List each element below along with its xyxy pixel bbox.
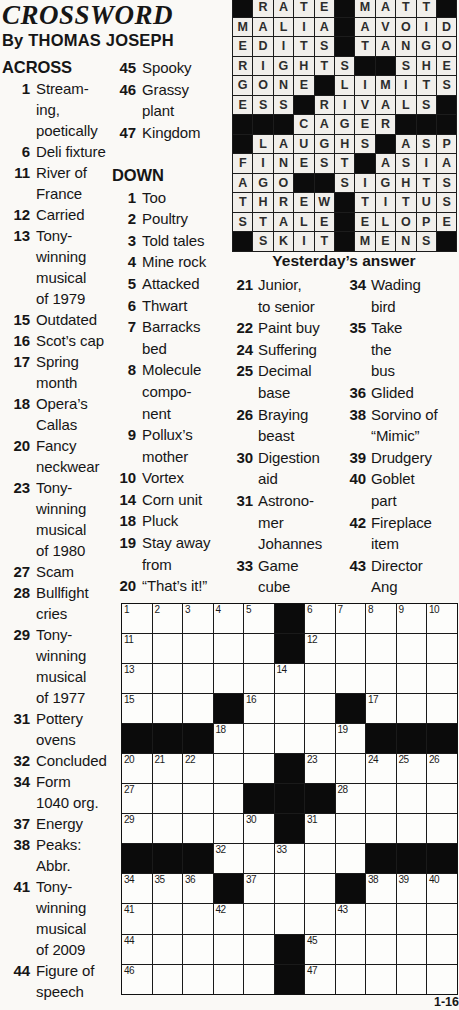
grid-cell-black bbox=[427, 724, 457, 753]
answer-cell: R bbox=[253, 0, 272, 17]
cell-number: 29 bbox=[124, 814, 134, 825]
answer-cell: S bbox=[396, 57, 415, 76]
page-title: CROSSWORD bbox=[2, 0, 173, 31]
across-header: ACROSS bbox=[2, 57, 114, 78]
clue-text: Tony-winningmusicalof 1979 bbox=[36, 225, 114, 309]
answer-cell: T bbox=[396, 193, 415, 212]
grid-cell[interactable] bbox=[244, 935, 274, 964]
clue-across-31: 31Potteryovens bbox=[2, 708, 114, 750]
grid-cell[interactable] bbox=[214, 664, 244, 693]
answer-cell: N bbox=[274, 76, 293, 95]
grid-cell[interactable] bbox=[244, 844, 274, 873]
cell-number: 21 bbox=[155, 754, 165, 765]
grid-cell[interactable]: 20 bbox=[122, 754, 152, 783]
clue-down-19: 19Stay awayfrom bbox=[112, 532, 230, 575]
answer-cell: N bbox=[396, 37, 415, 56]
answer-cell: D bbox=[253, 37, 272, 56]
clue-number: 20 bbox=[2, 435, 30, 477]
grid-cell[interactable] bbox=[244, 634, 274, 663]
answer-cell: A bbox=[274, 135, 293, 154]
answer-cell: E bbox=[294, 76, 313, 95]
grid-cell[interactable]: 32 bbox=[214, 844, 244, 873]
grid-cell[interactable] bbox=[305, 844, 335, 873]
grid-cell[interactable]: 19 bbox=[336, 724, 366, 753]
clue-across-27: 27Scam bbox=[2, 561, 114, 582]
answer-cell-black bbox=[315, 174, 334, 193]
grid-cell[interactable]: 29 bbox=[122, 814, 152, 843]
grid-cell[interactable] bbox=[336, 754, 366, 783]
cell-number: 10 bbox=[429, 604, 439, 615]
grid-cell[interactable] bbox=[366, 814, 396, 843]
answer-cell: H bbox=[253, 193, 272, 212]
grid-cell[interactable] bbox=[153, 935, 183, 964]
grid-cell[interactable] bbox=[427, 634, 457, 663]
clue-text: Paint buy bbox=[258, 317, 343, 339]
grid-cell[interactable] bbox=[153, 634, 183, 663]
answer-cell: I bbox=[376, 193, 395, 212]
clue-across-13: 13Tony-winningmusicalof 1979 bbox=[2, 225, 114, 309]
clue-column-4: 34Wadingbird35Takethebus36Glided38Sorvin… bbox=[344, 274, 458, 598]
answer-cell: O bbox=[396, 18, 415, 37]
grid-cell[interactable] bbox=[244, 904, 274, 933]
grid-cell[interactable] bbox=[183, 784, 213, 813]
answer-cell-black bbox=[335, 37, 354, 56]
cell-number: 47 bbox=[307, 965, 317, 976]
grid-cell[interactable] bbox=[305, 694, 335, 723]
grid-cell[interactable]: 27 bbox=[122, 784, 152, 813]
answer-cell: A bbox=[315, 18, 334, 37]
clue-text: Corn unit bbox=[142, 489, 230, 511]
answer-cell: V bbox=[376, 18, 395, 37]
puzzle-grid: 1234567891011121314151617181920212223242… bbox=[121, 603, 458, 995]
clue-text: Energy bbox=[36, 813, 114, 834]
clue-down-21: 21Junior,to senior bbox=[231, 274, 343, 317]
cell-number: 18 bbox=[216, 724, 226, 735]
answer-cell: E bbox=[294, 154, 313, 173]
grid-cell[interactable] bbox=[397, 814, 427, 843]
grid-cell[interactable]: 4 bbox=[214, 604, 244, 633]
clue-across-37: 37Energy bbox=[2, 813, 114, 834]
answer-cell: L bbox=[396, 96, 415, 115]
grid-cell[interactable]: 6 bbox=[305, 604, 335, 633]
grid-cell[interactable]: 15 bbox=[122, 694, 152, 723]
clue-text: Attacked bbox=[142, 273, 230, 295]
answer-cell: A bbox=[376, 154, 395, 173]
answer-cell: T bbox=[253, 213, 272, 232]
grid-cell[interactable] bbox=[366, 784, 396, 813]
grid-cell[interactable]: 34 bbox=[122, 874, 152, 903]
grid-cell[interactable] bbox=[397, 935, 427, 964]
answer-cell: G bbox=[417, 37, 436, 56]
grid-cell[interactable] bbox=[366, 935, 396, 964]
grid-cell[interactable] bbox=[244, 965, 274, 994]
grid-cell[interactable] bbox=[214, 754, 244, 783]
clue-number: 20 bbox=[112, 575, 136, 597]
clue-text: Brayingbeast bbox=[258, 404, 343, 447]
grid-cell[interactable]: 9 bbox=[397, 604, 427, 633]
answer-cell: S bbox=[417, 135, 436, 154]
grid-cell[interactable] bbox=[214, 814, 244, 843]
grid-cell[interactable]: 11 bbox=[122, 634, 152, 663]
answer-cell: H bbox=[396, 174, 415, 193]
grid-cell[interactable]: 25 bbox=[397, 754, 427, 783]
yesterday-caption: Yesterday’s answer bbox=[230, 252, 458, 270]
clue-text: Peaks:Abbr. bbox=[36, 834, 114, 876]
clue-down-18: 18Pluck bbox=[112, 510, 230, 532]
clue-across-29: 29Tony-winningmusicalof 1977 bbox=[2, 624, 114, 708]
clue-across-38: 38Peaks:Abbr. bbox=[2, 834, 114, 876]
answer-cell: E bbox=[233, 96, 252, 115]
answer-cell: L bbox=[253, 135, 272, 154]
grid-cell[interactable] bbox=[336, 935, 366, 964]
grid-cell[interactable] bbox=[427, 904, 457, 933]
grid-cell[interactable] bbox=[214, 935, 244, 964]
cell-number: 24 bbox=[368, 754, 378, 765]
grid-cell[interactable]: 18 bbox=[214, 724, 244, 753]
answer-cell: A bbox=[376, 37, 395, 56]
clue-text: Vortex bbox=[142, 467, 230, 489]
answer-cell: I bbox=[396, 76, 415, 95]
clue-text: Scam bbox=[36, 561, 114, 582]
answer-cell: E bbox=[355, 213, 374, 232]
answer-cell: H bbox=[417, 57, 436, 76]
grid-cell[interactable]: 21 bbox=[153, 754, 183, 783]
yesterday-answer-section: RATEMATTMALIAAVOIDEDITSTANGORIGHTSSHEGON… bbox=[232, 0, 459, 252]
grid-cell[interactable] bbox=[244, 724, 274, 753]
answer-cell-black bbox=[274, 115, 293, 134]
clue-number: 2 bbox=[112, 208, 136, 230]
grid-cell[interactable]: 41 bbox=[122, 904, 152, 933]
clue-number: 7 bbox=[112, 316, 136, 359]
clue-down-8: 8Moleculecompo-nent bbox=[112, 359, 230, 424]
grid-cell[interactable]: 5 bbox=[244, 604, 274, 633]
grid-cell[interactable] bbox=[397, 965, 427, 994]
answer-cell: S bbox=[417, 232, 436, 251]
cell-number: 30 bbox=[246, 814, 256, 825]
clue-text: Glided bbox=[371, 382, 458, 404]
clue-down-40: 40Gobletpart bbox=[344, 468, 458, 511]
grid-cell[interactable] bbox=[244, 664, 274, 693]
clue-number: 15 bbox=[2, 309, 30, 330]
clue-across-41: 41Tony-winningmusicalof 2009 bbox=[2, 876, 114, 960]
grid-cell[interactable] bbox=[397, 664, 427, 693]
grid-cell-black bbox=[305, 784, 335, 813]
clue-number: 12 bbox=[2, 204, 30, 225]
grid-cell-black bbox=[183, 724, 213, 753]
answer-cell: E bbox=[315, 213, 334, 232]
grid-cell[interactable]: 23 bbox=[305, 754, 335, 783]
grid-cell[interactable] bbox=[275, 904, 305, 933]
grid-cell[interactable] bbox=[305, 904, 335, 933]
answer-cell-black bbox=[355, 154, 374, 173]
cell-number: 35 bbox=[155, 874, 165, 885]
grid-cell[interactable]: 3 bbox=[183, 604, 213, 633]
clue-text: Poultry bbox=[142, 208, 230, 230]
answer-cell: G bbox=[315, 135, 334, 154]
clue-down-2: 2Poultry bbox=[112, 208, 230, 230]
clue-text: Deli fixture bbox=[36, 141, 114, 162]
cell-number: 27 bbox=[124, 784, 134, 795]
grid-cell[interactable] bbox=[336, 814, 366, 843]
answer-cell-black bbox=[437, 115, 456, 134]
clue-text: Thwart bbox=[142, 295, 230, 317]
cell-number: 36 bbox=[185, 874, 195, 885]
grid-cell[interactable] bbox=[305, 874, 335, 903]
answer-cell-black bbox=[233, 135, 252, 154]
answer-cell-black bbox=[335, 213, 354, 232]
answer-cell: T bbox=[294, 0, 313, 17]
clue-number: 31 bbox=[231, 490, 253, 555]
cell-number: 31 bbox=[307, 814, 317, 825]
clue-down-31: 31Astrono-merJohannes bbox=[231, 490, 343, 555]
answer-cell: O bbox=[437, 37, 456, 56]
grid-cell-black bbox=[366, 844, 396, 873]
grid-cell[interactable] bbox=[275, 874, 305, 903]
cell-number: 8 bbox=[368, 604, 373, 615]
clue-across-23: 23Tony-winningmusicalof 1980 bbox=[2, 477, 114, 561]
clue-text: Tony-winningmusicalof 2009 bbox=[36, 876, 114, 960]
clue-text: Pollux’smother bbox=[142, 424, 230, 467]
clue-column-2: 45Spooky46Grassyplant47KingdomDOWN1Too2P… bbox=[112, 57, 230, 597]
clue-text: Decimalbase bbox=[258, 360, 343, 403]
answer-cell: E bbox=[233, 37, 252, 56]
answer-cell-black bbox=[233, 232, 252, 251]
answer-cell: S bbox=[335, 174, 354, 193]
grid-cell[interactable]: 24 bbox=[366, 754, 396, 783]
answer-cell-black bbox=[315, 76, 334, 95]
clue-number: 33 bbox=[231, 555, 253, 598]
grid-cell[interactable] bbox=[397, 784, 427, 813]
grid-cell[interactable]: 44 bbox=[122, 935, 152, 964]
grid-cell[interactable]: 36 bbox=[183, 874, 213, 903]
grid-cell[interactable]: 8 bbox=[366, 604, 396, 633]
grid-cell[interactable]: 38 bbox=[366, 874, 396, 903]
answer-cell: T bbox=[396, 0, 415, 17]
grid-cell[interactable] bbox=[336, 844, 366, 873]
clue-number: 3 bbox=[112, 230, 136, 252]
grid-cell[interactable] bbox=[153, 814, 183, 843]
grid-cell[interactable]: 35 bbox=[153, 874, 183, 903]
clue-number: 5 bbox=[112, 273, 136, 295]
clue-text: Gobletpart bbox=[371, 468, 458, 511]
grid-cell[interactable] bbox=[336, 634, 366, 663]
grid-cell[interactable] bbox=[244, 754, 274, 783]
clue-across-17: 17Springmonth bbox=[2, 351, 114, 393]
answer-cell: I bbox=[253, 57, 272, 76]
grid-cell[interactable] bbox=[427, 784, 457, 813]
clue-text: Barracksbed bbox=[142, 316, 230, 359]
grid-cell[interactable]: 40 bbox=[427, 874, 457, 903]
clue-number: 17 bbox=[2, 351, 30, 393]
grid-cell-black bbox=[336, 694, 366, 723]
grid-cell[interactable]: 33 bbox=[275, 844, 305, 873]
clue-number: 45 bbox=[112, 57, 136, 79]
grid-cell[interactable] bbox=[397, 694, 427, 723]
down-header: DOWN bbox=[112, 165, 230, 187]
answer-cell: T bbox=[417, 174, 436, 193]
clue-text: Opera’sCallas bbox=[36, 393, 114, 435]
clue-down-7: 7Barracksbed bbox=[112, 316, 230, 359]
grid-cell[interactable]: 31 bbox=[305, 814, 335, 843]
clue-down-9: 9Pollux’smother bbox=[112, 424, 230, 467]
grid-cell[interactable] bbox=[183, 904, 213, 933]
cell-number: 17 bbox=[368, 694, 378, 705]
cell-number: 4 bbox=[216, 604, 221, 615]
clue-across-47: 47Kingdom bbox=[112, 122, 230, 144]
grid-cell[interactable]: 14 bbox=[275, 664, 305, 693]
cell-number: 28 bbox=[338, 784, 348, 795]
cell-number: 34 bbox=[124, 874, 134, 885]
cell-number: 7 bbox=[338, 604, 343, 615]
grid-cell[interactable] bbox=[427, 935, 457, 964]
grid-cell[interactable] bbox=[183, 634, 213, 663]
grid-cell[interactable] bbox=[153, 904, 183, 933]
grid-cell[interactable] bbox=[275, 694, 305, 723]
grid-cell[interactable] bbox=[366, 904, 396, 933]
answer-cell: O bbox=[253, 76, 272, 95]
clue-across-46: 46Grassyplant bbox=[112, 79, 230, 122]
grid-cell[interactable] bbox=[153, 784, 183, 813]
answer-cell-black bbox=[396, 115, 415, 134]
grid-cell[interactable]: 1 bbox=[122, 604, 152, 633]
grid-cell[interactable]: 22 bbox=[183, 754, 213, 783]
clue-number: 38 bbox=[2, 834, 30, 876]
cell-number: 40 bbox=[429, 874, 439, 885]
grid-cell[interactable]: 43 bbox=[336, 904, 366, 933]
answer-cell: K bbox=[274, 232, 293, 251]
clue-number: 6 bbox=[112, 295, 136, 317]
answer-cell: S bbox=[253, 96, 272, 115]
answer-cell: E bbox=[437, 57, 456, 76]
grid-cell[interactable]: 45 bbox=[305, 935, 335, 964]
answer-cell-black bbox=[233, 115, 252, 134]
grid-cell[interactable] bbox=[183, 664, 213, 693]
grid-cell[interactable]: 12 bbox=[305, 634, 335, 663]
grid-cell[interactable]: 30 bbox=[244, 814, 274, 843]
grid-cell[interactable] bbox=[397, 634, 427, 663]
answer-cell: G bbox=[274, 57, 293, 76]
grid-cell[interactable] bbox=[336, 664, 366, 693]
grid-cell[interactable] bbox=[183, 694, 213, 723]
grid-cell[interactable]: 39 bbox=[397, 874, 427, 903]
grid-cell[interactable]: 7 bbox=[336, 604, 366, 633]
grid-cell[interactable] bbox=[366, 664, 396, 693]
clue-across-12: 12Carried bbox=[2, 204, 114, 225]
grid-cell[interactable] bbox=[397, 904, 427, 933]
clue-text: Bullfightcries bbox=[36, 582, 114, 624]
grid-cell[interactable]: 10 bbox=[427, 604, 457, 633]
grid-cell[interactable]: 47 bbox=[305, 965, 335, 994]
clue-number: 23 bbox=[2, 477, 30, 561]
grid-cell[interactable] bbox=[214, 634, 244, 663]
clue-text: Astrono-merJohannes bbox=[258, 490, 343, 555]
cell-number: 9 bbox=[399, 604, 404, 615]
clue-down-4: 4Mine rock bbox=[112, 251, 230, 273]
answer-cell-black bbox=[233, 0, 252, 17]
clue-text: Carried bbox=[36, 204, 114, 225]
answer-cell: A bbox=[396, 135, 415, 154]
cell-number: 44 bbox=[124, 935, 134, 946]
grid-cell[interactable] bbox=[183, 965, 213, 994]
clue-number: 1 bbox=[112, 187, 136, 209]
clue-down-35: 35Takethebus bbox=[344, 317, 458, 382]
clue-text: Pluck bbox=[142, 510, 230, 532]
answer-cell-black bbox=[355, 57, 374, 76]
answer-cell: P bbox=[437, 135, 456, 154]
clue-across-6: 6Deli fixture bbox=[2, 141, 114, 162]
cell-number: 15 bbox=[124, 694, 134, 705]
clue-across-16: 16Scot’s cap bbox=[2, 330, 114, 351]
clue-text: Moleculecompo-nent bbox=[142, 359, 230, 424]
grid-cell-black bbox=[275, 634, 305, 663]
grid-cell[interactable]: 26 bbox=[427, 754, 457, 783]
clue-number: 38 bbox=[344, 404, 366, 447]
grid-cell[interactable]: 46 bbox=[122, 965, 152, 994]
clue-text: Sorvino of“Mimic” bbox=[371, 404, 458, 447]
grid-cell[interactable] bbox=[305, 724, 335, 753]
grid-cell[interactable] bbox=[427, 694, 457, 723]
clue-across-20: 20Fancyneckwear bbox=[2, 435, 114, 477]
grid-cell[interactable] bbox=[366, 634, 396, 663]
grid-cell[interactable] bbox=[153, 664, 183, 693]
answer-cell-black bbox=[294, 96, 313, 115]
grid-cell[interactable] bbox=[366, 965, 396, 994]
grid-cell[interactable]: 37 bbox=[244, 874, 274, 903]
grid-cell[interactable]: 17 bbox=[366, 694, 396, 723]
clue-down-36: 36Glided bbox=[344, 382, 458, 404]
answer-cell: S bbox=[437, 76, 456, 95]
clue-number: 46 bbox=[112, 79, 136, 122]
clue-down-43: 43DirectorAng bbox=[344, 555, 458, 598]
grid-cell[interactable] bbox=[153, 694, 183, 723]
grid-cell[interactable]: 42 bbox=[214, 904, 244, 933]
grid-cell[interactable]: 16 bbox=[244, 694, 274, 723]
grid-cell[interactable] bbox=[427, 664, 457, 693]
answer-cell: W bbox=[315, 193, 334, 212]
grid-cell[interactable] bbox=[153, 965, 183, 994]
answer-cell: U bbox=[294, 135, 313, 154]
answer-cell-black bbox=[253, 115, 272, 134]
clue-number: 34 bbox=[344, 274, 366, 317]
grid-cell[interactable] bbox=[427, 814, 457, 843]
grid-cell[interactable]: 28 bbox=[336, 784, 366, 813]
grid-cell[interactable]: 13 bbox=[122, 664, 152, 693]
answer-cell: M bbox=[233, 18, 252, 37]
cell-number: 16 bbox=[246, 694, 256, 705]
answer-cell: S bbox=[335, 57, 354, 76]
clue-number: 35 bbox=[344, 317, 366, 382]
grid-cell[interactable] bbox=[183, 935, 213, 964]
clue-column-3: 21Junior,to senior22Paint buy24Suffering… bbox=[231, 274, 343, 598]
grid-cell[interactable] bbox=[214, 965, 244, 994]
grid-cell-black bbox=[183, 844, 213, 873]
grid-cell[interactable] bbox=[214, 784, 244, 813]
grid-cell[interactable] bbox=[336, 965, 366, 994]
answer-cell: I bbox=[253, 154, 272, 173]
answer-cell: R bbox=[376, 115, 395, 134]
grid-cell-black bbox=[275, 814, 305, 843]
grid-cell[interactable] bbox=[427, 965, 457, 994]
clue-text: Kingdom bbox=[142, 122, 230, 144]
clue-number: 30 bbox=[231, 447, 253, 490]
clue-number: 26 bbox=[231, 404, 253, 447]
grid-cell[interactable]: 2 bbox=[153, 604, 183, 633]
grid-cell[interactable] bbox=[305, 664, 335, 693]
clue-text: “That’s it!” bbox=[142, 575, 230, 597]
answer-cell: A bbox=[437, 154, 456, 173]
grid-cell[interactable] bbox=[183, 814, 213, 843]
grid-cell[interactable] bbox=[275, 724, 305, 753]
